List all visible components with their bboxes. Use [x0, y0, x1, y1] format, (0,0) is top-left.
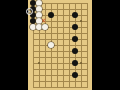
black-stone[interactable]: ●: [48, 12, 54, 18]
black-stone[interactable]: ●: [72, 12, 78, 18]
star-point: [38, 62, 40, 64]
letterbox-left: [0, 0, 28, 90]
black-stone[interactable]: ●: [72, 72, 78, 78]
go-board[interactable]: ✕ ●●●●●●●●●●●●●●●●●●●: [28, 0, 92, 90]
letterbox-right: [92, 0, 120, 90]
black-stone[interactable]: ●: [72, 48, 78, 54]
circled-x-marker: ✕: [26, 8, 33, 15]
black-stone[interactable]: ●: [72, 60, 78, 66]
black-stone[interactable]: ●: [72, 36, 78, 42]
black-stone[interactable]: ●: [72, 24, 78, 30]
white-stone[interactable]: ●: [48, 42, 54, 48]
star-point: [80, 62, 82, 64]
star-point: [80, 20, 82, 22]
screenshot-frame: ✕ ●●●●●●●●●●●●●●●●●●● ✕: [0, 0, 120, 90]
white-stone[interactable]: ●: [42, 24, 48, 30]
